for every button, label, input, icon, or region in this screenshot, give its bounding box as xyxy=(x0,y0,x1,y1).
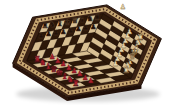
red-pawn-piece: ♟ xyxy=(87,76,93,85)
white-pawn-piece: ♟ xyxy=(112,59,118,68)
black-rook-piece: ♜ xyxy=(94,12,102,22)
three-player-chess-board: ♟♜♞♝♛♚♝♞♜♟♟♟♟♟♟♟♟♟♟♜♟♞♟♝♟♚♟♛♟♟♜♟♝♞♟♟♞♝♟♛… xyxy=(0,0,175,105)
black-pawn-piece: ♟ xyxy=(53,28,59,37)
board-photo: ♟♜♞♝♛♚♝♞♜♟♟♟♟♟♟♟♟♟♟♜♟♞♟♝♟♚♟♛♟♟♜♟♝♞♟♟♞♝♟♛… xyxy=(0,0,175,105)
black-pawn-piece: ♟ xyxy=(75,24,81,33)
black-pawn-piece: ♟ xyxy=(38,31,44,40)
black-pawn-piece: ♟ xyxy=(90,22,96,31)
white-pawn-piece: ♟ xyxy=(120,3,126,11)
black-pawn-piece: ♟ xyxy=(83,23,89,32)
black-pawn-piece: ♟ xyxy=(60,27,66,36)
black-pawn-piece: ♟ xyxy=(45,29,51,38)
white-rook-piece: ♜ xyxy=(123,65,131,75)
black-pawn-piece: ♟ xyxy=(68,26,74,35)
red-rook-piece: ♜ xyxy=(72,78,80,88)
